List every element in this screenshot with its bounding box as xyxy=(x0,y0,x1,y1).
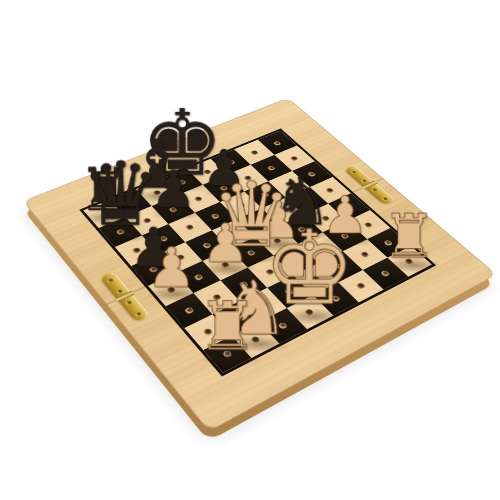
screw-icon xyxy=(372,188,377,191)
peg-hole xyxy=(290,156,299,162)
screw-icon xyxy=(108,278,114,282)
peg-hole xyxy=(360,251,370,258)
screw-icon xyxy=(362,179,367,182)
peg-hole xyxy=(356,283,366,290)
screw-icon xyxy=(136,311,142,315)
peg-hole xyxy=(250,150,259,156)
square-a4: ♟ xyxy=(148,273,194,306)
peg-hole xyxy=(273,140,282,145)
screw-icon xyxy=(352,170,357,173)
chess-board: ♜♟♟♛♜♞♟♟♝♚♛♚♟♟♞♟♜ xyxy=(23,98,497,432)
square-h1: ♜ xyxy=(387,246,432,277)
square-a1: ♜ xyxy=(203,335,252,372)
square-d1: ♚ xyxy=(286,295,333,329)
screw-icon xyxy=(117,289,123,293)
peg-hole xyxy=(185,224,195,231)
peg-hole xyxy=(380,270,390,277)
screw-icon xyxy=(126,300,132,304)
product-photo: Wooden folding travel chess set with tur… xyxy=(0,0,500,500)
square-g1 xyxy=(363,258,408,290)
peg-hole xyxy=(184,307,194,315)
photo-scene: ♜♟♟♛♜♞♟♟♝♚♛♚♟♟♞♟♜ xyxy=(0,0,500,500)
